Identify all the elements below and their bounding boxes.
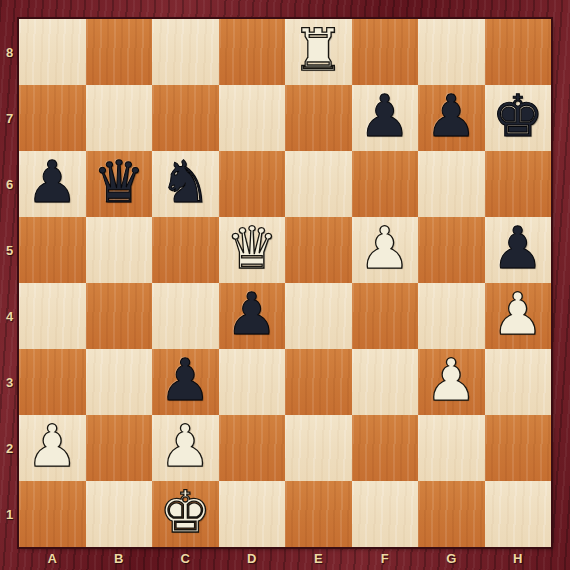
file-label-h: H (485, 547, 552, 570)
square-a7[interactable] (19, 85, 86, 151)
square-f5[interactable]: ♟ (352, 217, 419, 283)
square-a1[interactable] (19, 481, 86, 547)
file-label-c: C (152, 547, 219, 570)
square-a2[interactable]: ♟ (19, 415, 86, 481)
piece-black-pawn-g7[interactable]: ♟ (425, 87, 477, 145)
file-label-a: A (19, 547, 86, 570)
file-label-e: E (285, 547, 352, 570)
square-d7[interactable] (219, 85, 286, 151)
square-f2[interactable] (352, 415, 419, 481)
rank-label-2: 2 (0, 415, 19, 481)
square-h4[interactable]: ♟ (485, 283, 552, 349)
square-e5[interactable] (285, 217, 352, 283)
square-h2[interactable] (485, 415, 552, 481)
rank-label-3: 3 (0, 349, 19, 415)
square-g7[interactable]: ♟ (418, 85, 485, 151)
file-label-f: F (352, 547, 419, 570)
square-a3[interactable] (19, 349, 86, 415)
piece-white-king-c1[interactable]: ♚ (159, 483, 211, 541)
file-labels: ABCDEFGH (19, 547, 551, 570)
piece-white-rook-e8[interactable]: ♜ (292, 21, 344, 79)
square-g8[interactable] (418, 19, 485, 85)
square-c7[interactable] (152, 85, 219, 151)
square-e8[interactable]: ♜ (285, 19, 352, 85)
rank-label-5: 5 (0, 217, 19, 283)
rank-label-4: 4 (0, 283, 19, 349)
square-b6[interactable]: ♛ (86, 151, 153, 217)
rank-label-6: 6 (0, 151, 19, 217)
square-d1[interactable] (219, 481, 286, 547)
square-f7[interactable]: ♟ (352, 85, 419, 151)
square-b3[interactable] (86, 349, 153, 415)
piece-black-pawn-c3[interactable]: ♟ (159, 351, 211, 409)
square-g4[interactable] (418, 283, 485, 349)
square-e1[interactable] (285, 481, 352, 547)
piece-black-knight-c6[interactable]: ♞ (159, 153, 211, 211)
square-c5[interactable] (152, 217, 219, 283)
square-f8[interactable] (352, 19, 419, 85)
piece-black-pawn-a6[interactable]: ♟ (26, 153, 78, 211)
square-f6[interactable] (352, 151, 419, 217)
square-a6[interactable]: ♟ (19, 151, 86, 217)
square-h1[interactable] (485, 481, 552, 547)
rank-label-7: 7 (0, 85, 19, 151)
square-b4[interactable] (86, 283, 153, 349)
square-c1[interactable]: ♚ (152, 481, 219, 547)
board-frame: ♜♟♟♚♟♛♞♛♟♟♟♟♟♟♟♟♚ 87654321 ABCDEFGH (0, 0, 570, 570)
square-e6[interactable] (285, 151, 352, 217)
square-e2[interactable] (285, 415, 352, 481)
square-d4[interactable]: ♟ (219, 283, 286, 349)
piece-white-pawn-c2[interactable]: ♟ (159, 417, 211, 475)
chess-board: ♜♟♟♚♟♛♞♛♟♟♟♟♟♟♟♟♚ (19, 19, 551, 547)
square-c4[interactable] (152, 283, 219, 349)
piece-white-pawn-h4[interactable]: ♟ (492, 285, 544, 343)
square-g3[interactable]: ♟ (418, 349, 485, 415)
square-h6[interactable] (485, 151, 552, 217)
square-g2[interactable] (418, 415, 485, 481)
piece-black-queen-b6[interactable]: ♛ (93, 153, 145, 211)
piece-black-pawn-f7[interactable]: ♟ (359, 87, 411, 145)
square-b7[interactable] (86, 85, 153, 151)
square-f4[interactable] (352, 283, 419, 349)
square-c3[interactable]: ♟ (152, 349, 219, 415)
square-b1[interactable] (86, 481, 153, 547)
square-d2[interactable] (219, 415, 286, 481)
piece-white-pawn-g3[interactable]: ♟ (425, 351, 477, 409)
square-h3[interactable] (485, 349, 552, 415)
square-g6[interactable] (418, 151, 485, 217)
square-a8[interactable] (19, 19, 86, 85)
rank-label-1: 1 (0, 481, 19, 547)
square-e7[interactable] (285, 85, 352, 151)
square-g5[interactable] (418, 217, 485, 283)
square-e3[interactable] (285, 349, 352, 415)
square-d5[interactable]: ♛ (219, 217, 286, 283)
piece-black-pawn-d4[interactable]: ♟ (226, 285, 278, 343)
square-f3[interactable] (352, 349, 419, 415)
file-label-d: D (219, 547, 286, 570)
square-d8[interactable] (219, 19, 286, 85)
rank-label-8: 8 (0, 19, 19, 85)
square-d6[interactable] (219, 151, 286, 217)
square-e4[interactable] (285, 283, 352, 349)
piece-black-king-h7[interactable]: ♚ (492, 87, 544, 145)
rank-labels: 87654321 (0, 19, 19, 547)
square-b8[interactable] (86, 19, 153, 85)
square-b5[interactable] (86, 217, 153, 283)
square-a4[interactable] (19, 283, 86, 349)
piece-white-queen-d5[interactable]: ♛ (226, 219, 278, 277)
square-h7[interactable]: ♚ (485, 85, 552, 151)
square-f1[interactable] (352, 481, 419, 547)
piece-white-pawn-a2[interactable]: ♟ (26, 417, 78, 475)
square-g1[interactable] (418, 481, 485, 547)
square-a5[interactable] (19, 217, 86, 283)
square-b2[interactable] (86, 415, 153, 481)
square-c8[interactable] (152, 19, 219, 85)
square-h5[interactable]: ♟ (485, 217, 552, 283)
piece-white-pawn-f5[interactable]: ♟ (359, 219, 411, 277)
square-d3[interactable] (219, 349, 286, 415)
square-c6[interactable]: ♞ (152, 151, 219, 217)
file-label-b: B (86, 547, 153, 570)
square-c2[interactable]: ♟ (152, 415, 219, 481)
file-label-g: G (418, 547, 485, 570)
piece-black-pawn-h5[interactable]: ♟ (492, 219, 544, 277)
square-h8[interactable] (485, 19, 552, 85)
